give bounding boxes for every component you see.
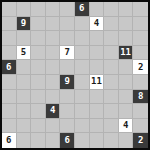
cell-r6c5[interactable] [75,90,90,105]
cell-r1c1[interactable]: 9 [17,17,32,32]
cell-r7c5[interactable] [75,104,90,119]
cell-r8c0[interactable] [2,119,17,134]
clue-number: 9 [64,77,69,86]
cell-r7c6[interactable] [90,104,105,119]
cell-r2c1[interactable] [17,31,32,46]
cell-r6c7[interactable] [104,90,119,105]
clue-number: 6 [6,136,11,145]
clue-number: 6 [79,4,84,13]
puzzle-board: 694571162911844662 [0,0,150,150]
cell-r3c9[interactable] [133,46,148,61]
cell-r6c9[interactable]: 8 [133,90,148,105]
cell-r4c9[interactable]: 2 [133,60,148,75]
cell-r7c1[interactable] [17,104,32,119]
cell-r4c4[interactable] [60,60,75,75]
cell-r7c4[interactable] [60,104,75,119]
cell-r8c9[interactable] [133,119,148,134]
cell-r0c1[interactable] [17,2,32,17]
cell-r9c3[interactable] [46,133,61,148]
cell-r8c2[interactable] [31,119,46,134]
cell-r3c1[interactable]: 5 [17,46,32,61]
cell-r5c0[interactable] [2,75,17,90]
cell-r0c7[interactable] [104,2,119,17]
cell-r6c1[interactable] [17,90,32,105]
cell-r5c4[interactable]: 9 [60,75,75,90]
clue-number: 8 [138,92,143,101]
cell-r5c5[interactable] [75,75,90,90]
cell-r9c2[interactable] [31,133,46,148]
cell-r8c1[interactable] [17,119,32,134]
clue-number: 6 [64,136,69,145]
cell-r5c6[interactable]: 11 [90,75,105,90]
cell-r2c9[interactable] [133,31,148,46]
cell-r5c8[interactable] [119,75,134,90]
cell-r2c8[interactable] [119,31,134,46]
cell-r0c9[interactable] [133,2,148,17]
cell-r1c0[interactable] [2,17,17,32]
cell-r2c0[interactable] [2,31,17,46]
cell-r2c2[interactable] [31,31,46,46]
cell-r5c9[interactable] [133,75,148,90]
cell-r6c4[interactable] [60,90,75,105]
cell-r0c8[interactable] [119,2,134,17]
cell-r2c3[interactable] [46,31,61,46]
cell-r3c8[interactable]: 11 [119,46,134,61]
cell-r3c2[interactable] [31,46,46,61]
cell-r4c6[interactable] [90,60,105,75]
clue-number: 9 [21,19,26,28]
cell-r2c6[interactable] [90,31,105,46]
cell-r7c2[interactable] [31,104,46,119]
cell-r4c5[interactable] [75,60,90,75]
cell-r0c6[interactable] [90,2,105,17]
cell-r0c4[interactable] [60,2,75,17]
cell-r7c3[interactable]: 4 [46,104,61,119]
clue-number: 4 [50,106,55,115]
cell-r5c7[interactable] [104,75,119,90]
cell-r5c2[interactable] [31,75,46,90]
cell-r8c4[interactable] [60,119,75,134]
cell-r8c7[interactable] [104,119,119,134]
clue-number: 11 [91,77,102,86]
cell-r6c3[interactable] [46,90,61,105]
clue-number: 2 [138,136,143,145]
cell-r4c1[interactable] [17,60,32,75]
cell-r1c6[interactable]: 4 [90,17,105,32]
cell-r8c5[interactable] [75,119,90,134]
cell-r8c6[interactable] [90,119,105,134]
cell-r9c6[interactable] [90,133,105,148]
cell-r3c5[interactable] [75,46,90,61]
cell-r9c9[interactable]: 2 [133,133,148,148]
cell-r0c0[interactable] [2,2,17,17]
cell-r7c0[interactable] [2,104,17,119]
cell-r6c2[interactable] [31,90,46,105]
cell-r9c8[interactable] [119,133,134,148]
cell-r3c4[interactable]: 7 [60,46,75,61]
cell-r2c7[interactable] [104,31,119,46]
cell-r0c5[interactable]: 6 [75,2,90,17]
cell-r9c5[interactable] [75,133,90,148]
cell-r6c0[interactable] [2,90,17,105]
cell-r9c0[interactable]: 6 [2,133,17,148]
cell-r6c6[interactable] [90,90,105,105]
cell-r4c8[interactable] [119,60,134,75]
cell-r1c3[interactable] [46,17,61,32]
clue-number: 7 [64,48,69,57]
clue-number: 2 [138,63,143,72]
cell-r3c3[interactable] [46,46,61,61]
cell-r1c9[interactable] [133,17,148,32]
cell-r1c4[interactable] [60,17,75,32]
cell-r3c6[interactable] [90,46,105,61]
cell-r0c3[interactable] [46,2,61,17]
cell-r4c0[interactable]: 6 [2,60,17,75]
cell-r1c5[interactable] [75,17,90,32]
cell-r9c1[interactable] [17,133,32,148]
cell-r9c7[interactable] [104,133,119,148]
cell-r5c3[interactable] [46,75,61,90]
clue-number: 11 [120,48,131,57]
cell-r7c9[interactable] [133,104,148,119]
cell-r8c3[interactable] [46,119,61,134]
cell-r1c2[interactable] [31,17,46,32]
clue-number: 4 [123,121,128,130]
cell-r3c7[interactable] [104,46,119,61]
cell-r4c7[interactable] [104,60,119,75]
cell-r2c5[interactable] [75,31,90,46]
cell-r4c2[interactable] [31,60,46,75]
cell-r9c4[interactable]: 6 [60,133,75,148]
cell-r7c7[interactable] [104,104,119,119]
cell-r1c7[interactable] [104,17,119,32]
cell-r0c2[interactable] [31,2,46,17]
cell-r6c8[interactable] [119,90,134,105]
cell-r1c8[interactable] [119,17,134,32]
clue-number: 5 [21,48,26,57]
clue-number: 4 [94,19,99,28]
clue-number: 6 [6,63,11,72]
cell-r7c8[interactable] [119,104,134,119]
cell-r8c8[interactable]: 4 [119,119,134,134]
cell-r5c1[interactable] [17,75,32,90]
cell-r3c0[interactable] [2,46,17,61]
cell-r2c4[interactable] [60,31,75,46]
cell-r4c3[interactable] [46,60,61,75]
